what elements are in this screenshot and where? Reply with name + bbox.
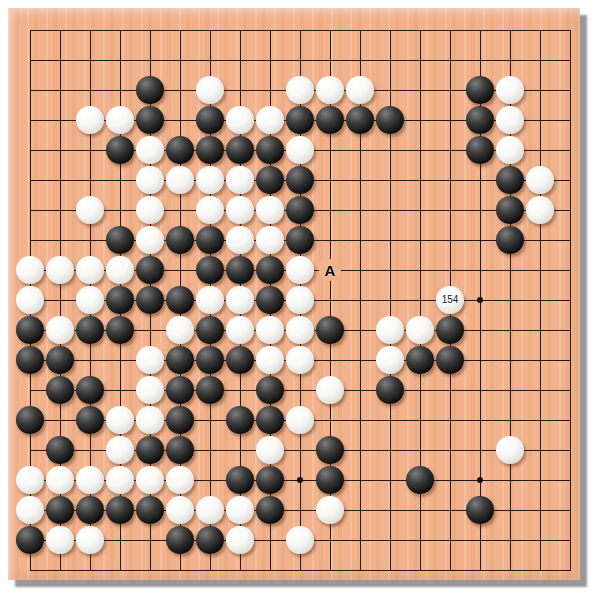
- board-intersection: [165, 315, 195, 345]
- board-intersection: [135, 465, 165, 495]
- black-stone: [196, 256, 224, 284]
- white-stone: [286, 136, 314, 164]
- board-intersection: [135, 105, 165, 135]
- board-intersection: [285, 105, 315, 135]
- board-intersection: [405, 465, 435, 495]
- board-intersection: [15, 315, 45, 345]
- white-stone: [196, 286, 224, 314]
- black-stone: [436, 346, 464, 374]
- board-intersection: [105, 285, 135, 315]
- white-stone: [76, 286, 104, 314]
- board-intersection: [375, 345, 405, 375]
- white-stone: [286, 346, 314, 374]
- board-intersection: [255, 495, 285, 525]
- board-intersection: [75, 105, 105, 135]
- black-stone: [376, 376, 404, 404]
- black-stone: [166, 346, 194, 374]
- board-intersection: [405, 345, 435, 375]
- white-stone: [376, 316, 404, 344]
- star-point: [465, 285, 495, 315]
- white-stone: [106, 466, 134, 494]
- black-stone: [46, 436, 74, 464]
- black-stone: [496, 166, 524, 194]
- board-intersection: [285, 195, 315, 225]
- board-intersection: [195, 525, 225, 555]
- white-stone: [256, 106, 284, 134]
- black-stone: [136, 106, 164, 134]
- board-intersection: [45, 345, 75, 375]
- board-intersection: [75, 405, 105, 435]
- board-intersection: [45, 525, 75, 555]
- board-intersection: [375, 105, 405, 135]
- board-intersection: [195, 345, 225, 375]
- board-intersection: [195, 135, 225, 165]
- white-stone: [46, 466, 74, 494]
- white-stone: [316, 76, 344, 104]
- black-stone: [106, 496, 134, 524]
- white-stone: [196, 166, 224, 194]
- white-stone: [76, 466, 104, 494]
- black-stone: [196, 526, 224, 554]
- black-stone: [196, 106, 224, 134]
- black-stone: [226, 136, 254, 164]
- white-stone: [76, 256, 104, 284]
- white-stone: [166, 316, 194, 344]
- white-stone: [136, 376, 164, 404]
- board-intersection: [135, 165, 165, 195]
- board-intersection: [255, 405, 285, 435]
- black-stone: [196, 346, 224, 374]
- board-intersection: [165, 285, 195, 315]
- board-intersection: [405, 315, 435, 345]
- black-stone: [316, 436, 344, 464]
- board-intersection: [225, 285, 255, 315]
- board-intersection: [315, 105, 345, 135]
- board-intersection: [285, 525, 315, 555]
- board-intersection: [285, 165, 315, 195]
- board-intersection: [105, 405, 135, 435]
- white-stone: [46, 526, 74, 554]
- white-stone: [256, 226, 284, 254]
- board-intersection: [195, 75, 225, 105]
- board-intersection: [495, 165, 525, 195]
- white-stone: 154: [436, 286, 464, 314]
- board-intersection: [255, 435, 285, 465]
- board-intersection: [165, 225, 195, 255]
- white-stone: [136, 136, 164, 164]
- black-stone: [196, 376, 224, 404]
- white-stone: [286, 286, 314, 314]
- white-stone: [76, 106, 104, 134]
- white-stone: [136, 406, 164, 434]
- black-stone: [46, 496, 74, 524]
- black-stone: [286, 166, 314, 194]
- board-intersection: [315, 315, 345, 345]
- white-stone: [16, 496, 44, 524]
- board-intersection: [135, 285, 165, 315]
- black-stone: [166, 406, 194, 434]
- board-intersection: [75, 315, 105, 345]
- board-intersection: [465, 75, 495, 105]
- board-intersection: [105, 225, 135, 255]
- board-intersection: [15, 345, 45, 375]
- board-intersection: [165, 465, 195, 495]
- board-intersection: [255, 345, 285, 375]
- board-intersection: [135, 375, 165, 405]
- board-intersection: [255, 105, 285, 135]
- black-stone: [136, 436, 164, 464]
- black-stone: [166, 376, 194, 404]
- white-stone: [196, 496, 224, 524]
- board-intersection: [285, 135, 315, 165]
- black-stone: [256, 286, 284, 314]
- board-intersection: [225, 465, 255, 495]
- black-stone: [166, 436, 194, 464]
- black-stone: [166, 526, 194, 554]
- black-stone: [46, 346, 74, 374]
- star-point: [285, 465, 315, 495]
- letter-label-A: A: [319, 259, 341, 281]
- board-intersection: [165, 345, 195, 375]
- black-stone: [496, 226, 524, 254]
- board-intersection: [225, 255, 255, 285]
- board-intersection: [105, 255, 135, 285]
- white-stone: [46, 256, 74, 284]
- white-stone: [136, 196, 164, 224]
- board-intersection: [195, 165, 225, 195]
- board-intersection: [165, 135, 195, 165]
- white-stone: [16, 466, 44, 494]
- board-intersection: [255, 135, 285, 165]
- black-stone: [76, 316, 104, 344]
- white-stone: [226, 526, 254, 554]
- board-intersection: [75, 255, 105, 285]
- white-stone: [76, 196, 104, 224]
- board-intersection: [195, 255, 225, 285]
- black-stone: [106, 226, 134, 254]
- white-stone: [496, 76, 524, 104]
- black-stone: [76, 376, 104, 404]
- board-intersection: [45, 375, 75, 405]
- black-stone: [226, 346, 254, 374]
- board-intersection: [195, 105, 225, 135]
- black-stone: [466, 76, 494, 104]
- white-stone: [226, 166, 254, 194]
- black-stone: [316, 106, 344, 134]
- board-intersection: [465, 105, 495, 135]
- white-stone: [346, 76, 374, 104]
- white-stone: [226, 286, 254, 314]
- board-intersection: [15, 465, 45, 495]
- white-stone: [136, 346, 164, 374]
- black-stone: [136, 496, 164, 524]
- board-intersection: [105, 135, 135, 165]
- board-intersection: [75, 195, 105, 225]
- white-stone: [316, 376, 344, 404]
- white-stone: [286, 526, 314, 554]
- white-stone: [496, 436, 524, 464]
- white-stone: [226, 316, 254, 344]
- board-intersection: [105, 495, 135, 525]
- white-stone: [166, 466, 194, 494]
- black-stone: [376, 106, 404, 134]
- board-intersection: [15, 495, 45, 525]
- board-intersection: [45, 435, 75, 465]
- board-intersection: [75, 285, 105, 315]
- board-intersection: [165, 375, 195, 405]
- board-intersection: [285, 225, 315, 255]
- board-intersection: [15, 255, 45, 285]
- board-intersection: [255, 315, 285, 345]
- board-intersection: [165, 495, 195, 525]
- board-intersection: [165, 435, 195, 465]
- white-stone: [16, 286, 44, 314]
- black-stone: [76, 406, 104, 434]
- black-stone: [166, 286, 194, 314]
- board-intersection: [285, 345, 315, 375]
- white-stone: [526, 196, 554, 224]
- black-stone: [136, 256, 164, 284]
- board-intersection: [525, 165, 555, 195]
- black-stone: [106, 316, 134, 344]
- black-stone: [166, 136, 194, 164]
- board-intersection: [285, 405, 315, 435]
- black-stone: [136, 286, 164, 314]
- board-intersection: [195, 495, 225, 525]
- board-intersection: [165, 165, 195, 195]
- black-stone: [166, 226, 194, 254]
- black-stone: [466, 496, 494, 524]
- black-stone: [286, 106, 314, 134]
- black-stone: [196, 226, 224, 254]
- board-intersection: [45, 495, 75, 525]
- board-intersection: [285, 315, 315, 345]
- board-intersection: [225, 105, 255, 135]
- board-intersection: [315, 375, 345, 405]
- black-stone: [256, 166, 284, 194]
- board-intersection: [105, 105, 135, 135]
- board-intersection: [345, 75, 375, 105]
- board-intersection: [195, 375, 225, 405]
- white-stone: [166, 496, 194, 524]
- board-intersection: [135, 135, 165, 165]
- black-stone: [16, 316, 44, 344]
- board-intersection: 154: [435, 285, 465, 315]
- white-stone: [286, 256, 314, 284]
- black-stone: [496, 196, 524, 224]
- board-intersection: [525, 195, 555, 225]
- white-stone: [376, 346, 404, 374]
- board-intersection: [315, 435, 345, 465]
- black-stone: [196, 136, 224, 164]
- board-intersection: [495, 225, 525, 255]
- white-stone: [226, 496, 254, 524]
- black-stone: [16, 526, 44, 554]
- board-intersection: [105, 435, 135, 465]
- black-stone: [16, 346, 44, 374]
- black-stone: [16, 406, 44, 434]
- black-stone: [466, 106, 494, 134]
- black-stone: [226, 466, 254, 494]
- white-stone: [136, 466, 164, 494]
- black-stone: [256, 496, 284, 524]
- white-stone: [106, 106, 134, 134]
- white-stone: [526, 166, 554, 194]
- black-stone: [316, 316, 344, 344]
- board-intersection: [195, 195, 225, 225]
- board-intersection: [255, 465, 285, 495]
- white-stone: [256, 196, 284, 224]
- board-intersection: [225, 165, 255, 195]
- black-stone: [256, 466, 284, 494]
- board-intersection: [225, 525, 255, 555]
- move-number-label: 154: [442, 295, 459, 305]
- black-stone: [196, 316, 224, 344]
- board-intersection: [75, 495, 105, 525]
- star-point-dot: [297, 477, 303, 483]
- black-stone: [136, 76, 164, 104]
- star-point-dot: [477, 297, 483, 303]
- black-stone: [256, 406, 284, 434]
- white-stone: [136, 166, 164, 194]
- board-intersection: [135, 75, 165, 105]
- board-intersection: [435, 345, 465, 375]
- board-intersection: [225, 195, 255, 225]
- black-stone: [316, 466, 344, 494]
- white-stone: [196, 196, 224, 224]
- white-stone: [106, 256, 134, 284]
- white-stone: [286, 406, 314, 434]
- board-intersection: [375, 375, 405, 405]
- board-intersection: [105, 465, 135, 495]
- board-intersection: [135, 195, 165, 225]
- white-stone: [496, 136, 524, 164]
- white-stone: [106, 406, 134, 434]
- board-intersection: [195, 285, 225, 315]
- board-intersection: [45, 255, 75, 285]
- board-intersection: [315, 465, 345, 495]
- board-intersection: [195, 315, 225, 345]
- black-stone: [346, 106, 374, 134]
- black-stone: [256, 136, 284, 164]
- white-stone: [76, 526, 104, 554]
- board-intersection: [495, 195, 525, 225]
- go-board[interactable]: 154A: [8, 8, 580, 580]
- black-stone: [256, 376, 284, 404]
- board-intersection: [135, 345, 165, 375]
- board-intersection: [15, 285, 45, 315]
- board-intersection: [75, 375, 105, 405]
- board-intersection: [135, 405, 165, 435]
- board-intersection: [135, 255, 165, 285]
- board-intersection: [255, 255, 285, 285]
- board-intersection: [315, 75, 345, 105]
- star-point-dot: [477, 477, 483, 483]
- board-intersection: [495, 105, 525, 135]
- board-intersection: [465, 495, 495, 525]
- white-stone: [226, 196, 254, 224]
- board-intersection: [255, 375, 285, 405]
- board-intersection: [255, 285, 285, 315]
- black-stone: [466, 136, 494, 164]
- black-stone: [46, 376, 74, 404]
- white-stone: [256, 436, 284, 464]
- black-stone: [226, 406, 254, 434]
- black-stone: [286, 226, 314, 254]
- board-intersection: [315, 495, 345, 525]
- black-stone: [106, 136, 134, 164]
- black-stone: [256, 256, 284, 284]
- board-intersection: [255, 165, 285, 195]
- board-intersection: [495, 435, 525, 465]
- board-intersection: [465, 135, 495, 165]
- board-intersection: [435, 315, 465, 345]
- white-stone: [16, 256, 44, 284]
- board-intersection: [195, 225, 225, 255]
- white-stone: [226, 226, 254, 254]
- board-intersection: [15, 525, 45, 555]
- black-stone: [76, 496, 104, 524]
- board-intersection: [15, 405, 45, 435]
- board-intersection: [255, 195, 285, 225]
- board-intersection: [105, 315, 135, 345]
- board-intersection: [255, 225, 285, 255]
- black-stone: [226, 256, 254, 284]
- white-stone: [256, 316, 284, 344]
- white-stone: [46, 316, 74, 344]
- board-intersection: [285, 75, 315, 105]
- board-intersection: [225, 225, 255, 255]
- white-stone: [406, 316, 434, 344]
- white-stone: [496, 106, 524, 134]
- black-stone: [436, 316, 464, 344]
- board-intersection: [135, 495, 165, 525]
- black-stone: [286, 196, 314, 224]
- board-intersection: [225, 345, 255, 375]
- board-intersection: [225, 315, 255, 345]
- board-intersection: [345, 105, 375, 135]
- board-intersection: [285, 285, 315, 315]
- annotation-cell: A: [315, 255, 345, 285]
- white-stone: [226, 106, 254, 134]
- black-stone: [106, 286, 134, 314]
- board-intersection: [285, 255, 315, 285]
- board-intersection: [45, 465, 75, 495]
- stones-layer: 154A: [15, 15, 585, 585]
- white-stone: [256, 346, 284, 374]
- black-stone: [406, 466, 434, 494]
- white-stone: [196, 76, 224, 104]
- board-intersection: [165, 525, 195, 555]
- board-intersection: [165, 405, 195, 435]
- white-stone: [286, 316, 314, 344]
- board-intersection: [225, 495, 255, 525]
- board-intersection: [225, 135, 255, 165]
- white-stone: [136, 226, 164, 254]
- white-stone: [286, 76, 314, 104]
- star-point: [465, 465, 495, 495]
- board-intersection: [495, 75, 525, 105]
- board-intersection: [45, 315, 75, 345]
- white-stone: [316, 496, 344, 524]
- black-stone: [406, 346, 434, 374]
- board-intersection: [75, 525, 105, 555]
- board-intersection: [495, 135, 525, 165]
- white-stone: [106, 436, 134, 464]
- page: 154A: [0, 0, 600, 600]
- board-intersection: [75, 465, 105, 495]
- white-stone: [166, 166, 194, 194]
